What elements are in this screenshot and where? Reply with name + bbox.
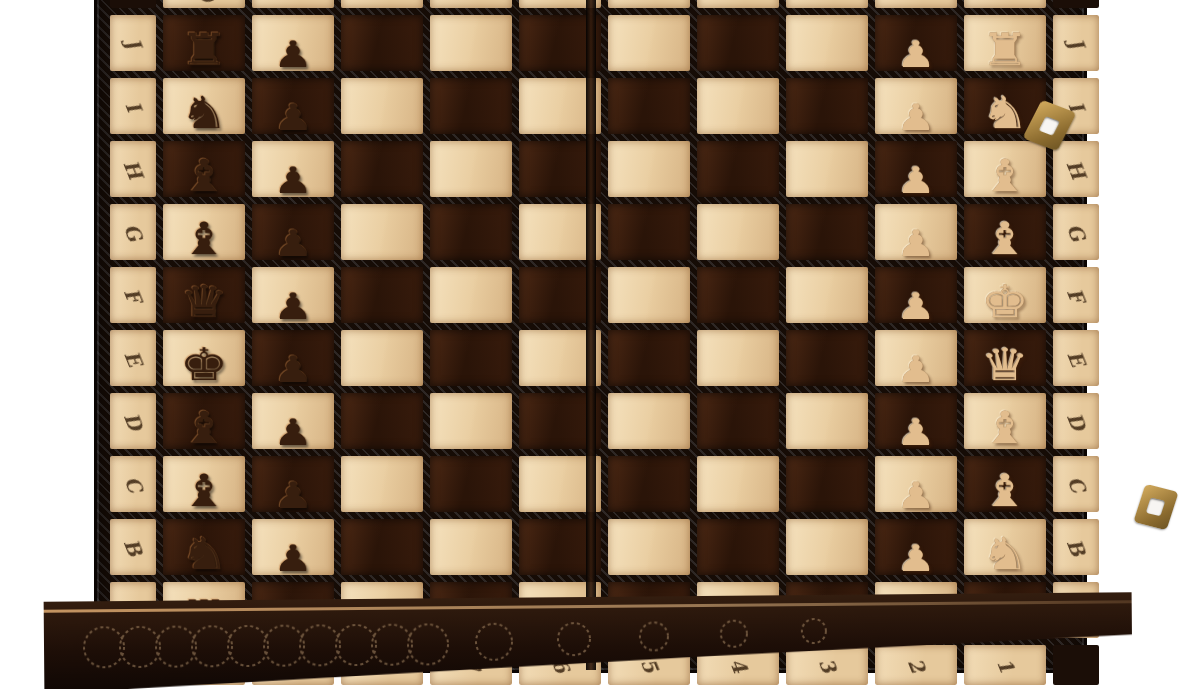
left-file-label-F: F	[119, 284, 146, 305]
square-e7[interactable]	[430, 330, 512, 386]
piece-white-pawn[interactable]: ♟	[875, 225, 957, 261]
piece-black-pawn[interactable]: ♟	[252, 225, 334, 261]
square-i10[interactable]: ♞	[163, 78, 245, 134]
square-g1[interactable]: ♝	[964, 204, 1046, 260]
top-rank-label-10: 10	[188, 0, 220, 4]
square-c7[interactable]	[430, 456, 512, 512]
piece-white-pawn[interactable]: ♟	[875, 99, 957, 135]
square-d1[interactable]: ♝	[964, 393, 1046, 449]
square-b5[interactable]	[608, 519, 690, 575]
rank-plaque: 7	[430, 0, 512, 8]
square-c10[interactable]: ♝	[163, 456, 245, 512]
square-j7[interactable]	[430, 15, 512, 71]
square-h4[interactable]	[697, 141, 779, 197]
square-j9[interactable]: ♟	[252, 15, 334, 71]
file-plaque: J	[1053, 15, 1099, 71]
square-f3[interactable]	[786, 267, 868, 323]
left-file-label-C: C	[119, 473, 147, 496]
right-file-label-G: G	[1062, 220, 1090, 244]
rank-plaque: 1	[964, 0, 1046, 8]
square-g7[interactable]	[430, 204, 512, 260]
square-j5[interactable]	[608, 15, 690, 71]
piece-black-pawn[interactable]: ♟	[252, 540, 334, 576]
square-j4[interactable]	[697, 15, 779, 71]
square-f7[interactable]	[430, 267, 512, 323]
piece-black-knight[interactable]: ♞	[163, 532, 245, 577]
piece-white-bishop[interactable]: ♝	[964, 469, 1046, 514]
file-plaque: B	[110, 519, 156, 575]
square-e1[interactable]: ♛	[964, 330, 1046, 386]
right-file-label-F: F	[1062, 284, 1089, 305]
right-file-label-E: E	[1062, 347, 1090, 369]
square-d8[interactable]	[341, 393, 423, 449]
piece-white-pawn[interactable]: ♟	[875, 288, 957, 324]
rank-plaque: 4	[697, 0, 779, 8]
rank-plaque: 8	[341, 0, 423, 8]
border-corner	[1053, 0, 1099, 8]
piece-white-pawn[interactable]: ♟	[875, 540, 957, 576]
square-b4[interactable]	[697, 519, 779, 575]
square-f2[interactable]: ♟	[875, 267, 957, 323]
piece-white-bishop[interactable]: ♝	[964, 154, 1046, 199]
border-corner	[1053, 645, 1099, 685]
file-plaque: F	[1053, 267, 1099, 323]
square-g3[interactable]	[786, 204, 868, 260]
right-file-label-C: C	[1062, 473, 1090, 496]
square-g2[interactable]: ♟	[875, 204, 957, 260]
square-e10[interactable]: ♚	[163, 330, 245, 386]
square-h3[interactable]	[786, 141, 868, 197]
piece-white-pawn[interactable]: ♟	[875, 162, 957, 198]
file-plaque: G	[1053, 204, 1099, 260]
file-plaque: D	[1053, 393, 1099, 449]
chess-board: 10987654321J♜♟♟♜JI♞♟♟♞IH♝♟♟♝HG♝♟♟♝GF♛♟♟♚…	[94, 0, 1087, 673]
piece-black-pawn[interactable]: ♟	[252, 351, 334, 387]
left-file-label-B: B	[119, 535, 147, 559]
square-d10[interactable]: ♝	[163, 393, 245, 449]
file-plaque: D	[110, 393, 156, 449]
square-b3[interactable]	[786, 519, 868, 575]
rank-plaque: 5	[608, 0, 690, 8]
file-plaque: E	[110, 330, 156, 386]
square-c9[interactable]: ♟	[252, 456, 334, 512]
square-d3[interactable]	[786, 393, 868, 449]
bottom-rank-label-1: 1	[991, 655, 1018, 676]
square-c4[interactable]	[697, 456, 779, 512]
square-b10[interactable]: ♞	[163, 519, 245, 575]
left-file-label-E: E	[119, 347, 147, 369]
board-hinge-seam	[586, 0, 596, 670]
square-f10[interactable]: ♛	[163, 267, 245, 323]
square-f1[interactable]: ♚	[964, 267, 1046, 323]
square-d7[interactable]	[430, 393, 512, 449]
border-corner	[110, 0, 156, 8]
bottom-rank-label-4: 4	[724, 655, 751, 676]
square-c2[interactable]: ♟	[875, 456, 957, 512]
square-b1[interactable]: ♞	[964, 519, 1046, 575]
square-f5[interactable]	[608, 267, 690, 323]
bottom-rank-label-3: 3	[813, 655, 840, 676]
piece-white-bishop[interactable]: ♝	[964, 406, 1046, 451]
piece-black-queen[interactable]: ♛	[163, 280, 245, 325]
piece-white-pawn[interactable]: ♟	[875, 414, 957, 450]
file-plaque: E	[1053, 330, 1099, 386]
piece-black-pawn[interactable]: ♟	[252, 288, 334, 324]
file-plaque: C	[110, 456, 156, 512]
rank-plaque: 3	[786, 0, 868, 8]
left-file-label-I: I	[120, 98, 145, 115]
square-e2[interactable]: ♟	[875, 330, 957, 386]
piece-black-pawn[interactable]: ♟	[252, 414, 334, 450]
square-i5[interactable]	[608, 78, 690, 134]
square-d4[interactable]	[697, 393, 779, 449]
square-c3[interactable]	[786, 456, 868, 512]
piece-black-bishop[interactable]: ♝	[163, 154, 245, 199]
square-g8[interactable]	[341, 204, 423, 260]
piece-black-pawn[interactable]: ♟	[252, 477, 334, 513]
square-i4[interactable]	[697, 78, 779, 134]
piece-white-king[interactable]: ♚	[964, 280, 1046, 325]
square-h7[interactable]	[430, 141, 512, 197]
square-c1[interactable]: ♝	[964, 456, 1046, 512]
piece-black-bishop[interactable]: ♝	[163, 469, 245, 514]
square-g9[interactable]: ♟	[252, 204, 334, 260]
square-d9[interactable]: ♟	[252, 393, 334, 449]
clasp-hole	[1146, 497, 1166, 516]
square-h1[interactable]: ♝	[964, 141, 1046, 197]
piece-white-pawn[interactable]: ♟	[875, 36, 957, 72]
square-j10[interactable]: ♜	[163, 15, 245, 71]
square-e5[interactable]	[608, 330, 690, 386]
square-i3[interactable]	[786, 78, 868, 134]
piece-black-king[interactable]: ♚	[163, 343, 245, 388]
square-g4[interactable]	[697, 204, 779, 260]
piece-black-pawn[interactable]: ♟	[252, 99, 334, 135]
square-b9[interactable]: ♟	[252, 519, 334, 575]
piece-white-pawn[interactable]: ♟	[875, 351, 957, 387]
piece-black-rook[interactable]: ♜	[163, 28, 245, 73]
square-i9[interactable]: ♟	[252, 78, 334, 134]
product-photo-stage: 10987654321J♜♟♟♜JI♞♟♟♞IH♝♟♟♝HG♝♟♟♝GF♛♟♟♚…	[0, 0, 1200, 689]
right-file-label-D: D	[1062, 409, 1090, 433]
square-h2[interactable]: ♟	[875, 141, 957, 197]
rank-plaque: 9	[252, 0, 334, 8]
piece-white-pawn[interactable]: ♟	[875, 477, 957, 513]
piece-black-pawn[interactable]: ♟	[252, 36, 334, 72]
square-c8[interactable]	[341, 456, 423, 512]
piece-black-bishop[interactable]: ♝	[163, 217, 245, 262]
piece-black-bishop[interactable]: ♝	[163, 406, 245, 451]
square-b8[interactable]	[341, 519, 423, 575]
left-file-label-J: J	[120, 35, 145, 52]
square-h8[interactable]	[341, 141, 423, 197]
clasp-hole	[1038, 115, 1059, 135]
square-e3[interactable]	[786, 330, 868, 386]
square-i2[interactable]: ♟	[875, 78, 957, 134]
square-b7[interactable]	[430, 519, 512, 575]
square-j8[interactable]	[341, 15, 423, 71]
square-h10[interactable]: ♝	[163, 141, 245, 197]
piece-black-pawn[interactable]: ♟	[252, 162, 334, 198]
file-plaque: B	[1053, 519, 1099, 575]
rank-plaque: 1	[964, 645, 1046, 685]
left-file-label-D: D	[119, 409, 147, 433]
right-file-label-B: B	[1062, 535, 1090, 559]
rank-plaque: 2	[875, 645, 957, 685]
square-g10[interactable]: ♝	[163, 204, 245, 260]
file-plaque: F	[110, 267, 156, 323]
left-file-label-G: G	[119, 220, 147, 244]
file-plaque: J	[110, 15, 156, 71]
square-h9[interactable]: ♟	[252, 141, 334, 197]
left-file-label-H: H	[119, 156, 148, 182]
right-file-label-J: J	[1063, 35, 1088, 52]
piece-black-knight[interactable]: ♞	[163, 91, 245, 136]
square-d2[interactable]: ♟	[875, 393, 957, 449]
piece-white-knight[interactable]: ♞	[964, 532, 1046, 577]
square-b2[interactable]: ♟	[875, 519, 957, 575]
square-g5[interactable]	[608, 204, 690, 260]
square-e8[interactable]	[341, 330, 423, 386]
piece-white-bishop[interactable]: ♝	[964, 217, 1046, 262]
rank-plaque: 10	[163, 0, 245, 8]
square-c5[interactable]	[608, 456, 690, 512]
square-j2[interactable]: ♟	[875, 15, 957, 71]
square-f8[interactable]	[341, 267, 423, 323]
file-plaque: I	[110, 78, 156, 134]
square-j1[interactable]: ♜	[964, 15, 1046, 71]
brass-clasp-lower	[1133, 484, 1178, 530]
square-e4[interactable]	[697, 330, 779, 386]
rank-plaque: 2	[875, 0, 957, 8]
piece-white-queen[interactable]: ♛	[964, 343, 1046, 388]
bottom-rank-label-2: 2	[902, 655, 929, 676]
square-d5[interactable]	[608, 393, 690, 449]
square-f9[interactable]: ♟	[252, 267, 334, 323]
square-i8[interactable]	[341, 78, 423, 134]
file-plaque: C	[1053, 456, 1099, 512]
square-i7[interactable]	[430, 78, 512, 134]
square-e9[interactable]: ♟	[252, 330, 334, 386]
square-h5[interactable]	[608, 141, 690, 197]
square-j3[interactable]	[786, 15, 868, 71]
piece-white-rook[interactable]: ♜	[964, 28, 1046, 73]
right-file-label-H: H	[1062, 156, 1091, 182]
chess-board-3d-wrap: 10987654321J♜♟♟♜JI♞♟♟♞IH♝♟♟♝HG♝♟♟♝GF♛♟♟♚…	[94, 0, 1087, 673]
square-f4[interactable]	[697, 267, 779, 323]
file-plaque: H	[1053, 141, 1099, 197]
file-plaque: H	[110, 141, 156, 197]
file-plaque: G	[110, 204, 156, 260]
